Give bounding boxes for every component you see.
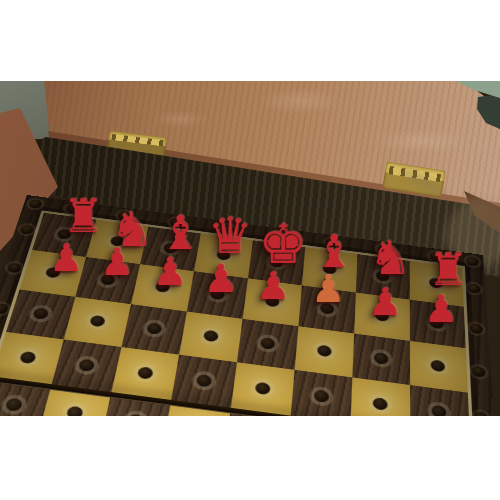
pieces-layer: ♜♞♝♛♚♝♞♜♟♟♟♟♟♟♟♟ <box>0 81 500 416</box>
piece-red-rook-a8: ♜ <box>62 193 103 239</box>
piece-red-pawn-f7: ♟ <box>311 270 345 308</box>
piece-red-pawn-c7: ♟ <box>153 252 188 291</box>
piece-red-knight-g8: ♞ <box>369 234 411 281</box>
letterbox-top <box>0 0 500 81</box>
piece-red-pawn-a7: ♟ <box>49 239 83 277</box>
photo-frame: ♜♞♝♛♚♝♞♜♟♟♟♟♟♟♟♟ <box>0 0 500 500</box>
letterbox-bottom <box>0 416 500 500</box>
piece-red-pawn-d7: ♟ <box>204 259 239 298</box>
piece-red-rook-h8: ♜ <box>428 247 468 292</box>
piece-red-pawn-h7: ♟ <box>424 290 458 328</box>
photo: ♜♞♝♛♚♝♞♜♟♟♟♟♟♟♟♟ <box>0 81 500 416</box>
piece-red-queen-d8: ♛ <box>208 211 253 261</box>
piece-red-pawn-e7: ♟ <box>256 267 290 305</box>
piece-red-pawn-b7: ♟ <box>100 243 134 281</box>
piece-red-pawn-g7: ♟ <box>368 283 402 321</box>
